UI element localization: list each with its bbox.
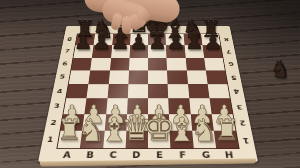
piece-h1[interactable]: ♜ (214, 116, 240, 145)
square-g5[interactable] (186, 70, 207, 84)
square-c4[interactable] (107, 84, 128, 99)
square-e6[interactable] (148, 58, 167, 71)
square-f6[interactable] (167, 58, 187, 71)
square-e4[interactable] (148, 84, 168, 99)
piece-e7[interactable]: ♟ (148, 32, 167, 53)
rank-label: 6 (223, 57, 239, 70)
piece-h7[interactable]: ♟ (203, 32, 222, 53)
square-f4[interactable] (168, 84, 189, 99)
square-a4[interactable] (66, 84, 88, 99)
square-h4[interactable] (207, 84, 229, 99)
square-c5[interactable] (108, 70, 128, 84)
rank-label: 7 (221, 45, 236, 57)
square-d6[interactable] (129, 58, 148, 71)
piece-g7[interactable]: ♟ (185, 32, 204, 53)
offboard-piece[interactable]: ♞ (269, 57, 292, 82)
square-d5[interactable] (128, 70, 148, 84)
square-g4[interactable] (188, 84, 210, 99)
square-a6[interactable] (71, 58, 92, 71)
square-c6[interactable] (110, 58, 130, 71)
rank-label: 4 (228, 84, 245, 99)
square-h6[interactable] (204, 58, 225, 71)
square-d4[interactable] (128, 84, 148, 99)
piece-a7[interactable]: ♟ (74, 32, 93, 53)
square-a5[interactable] (69, 70, 91, 84)
piece-b7[interactable]: ♟ (92, 32, 111, 53)
rank-label: 5 (226, 70, 242, 84)
square-b5[interactable] (89, 70, 110, 84)
piece-d7[interactable]: ♟ (129, 32, 148, 53)
square-b6[interactable] (90, 58, 110, 71)
piece-f7[interactable]: ♟ (166, 32, 185, 53)
square-g6[interactable] (185, 58, 205, 71)
square-h5[interactable] (206, 70, 228, 84)
square-f5[interactable] (167, 70, 187, 84)
square-b4[interactable] (87, 84, 109, 99)
piece-c7[interactable]: ♟ (111, 32, 130, 53)
square-e5[interactable] (148, 70, 168, 84)
